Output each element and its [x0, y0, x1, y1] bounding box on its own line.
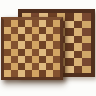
square[interactable]: [53, 70, 60, 77]
square[interactable]: [18, 56, 25, 63]
square[interactable]: [11, 20, 18, 27]
square[interactable]: [53, 49, 60, 56]
square[interactable]: [11, 70, 18, 77]
square[interactable]: [18, 49, 25, 56]
square[interactable]: [74, 58, 83, 66]
square[interactable]: [82, 36, 91, 44]
square[interactable]: [65, 51, 74, 59]
square[interactable]: [82, 21, 91, 29]
square[interactable]: [32, 41, 39, 48]
square[interactable]: [25, 34, 32, 41]
square[interactable]: [4, 34, 11, 41]
square[interactable]: [25, 49, 32, 56]
square[interactable]: [53, 41, 60, 48]
square[interactable]: [4, 49, 11, 56]
square[interactable]: [53, 27, 60, 34]
square[interactable]: [39, 41, 46, 48]
square[interactable]: [18, 20, 25, 27]
square[interactable]: [25, 41, 32, 48]
square[interactable]: [4, 20, 11, 27]
square[interactable]: [4, 56, 11, 63]
square[interactable]: [46, 20, 53, 27]
square[interactable]: [39, 34, 46, 41]
square[interactable]: [46, 70, 53, 77]
square[interactable]: [74, 43, 83, 51]
square[interactable]: [25, 27, 32, 34]
square[interactable]: [74, 36, 83, 44]
square[interactable]: [18, 34, 25, 41]
square[interactable]: [25, 63, 32, 70]
square[interactable]: [11, 27, 18, 34]
square[interactable]: [25, 70, 32, 77]
square[interactable]: [82, 13, 91, 21]
square[interactable]: [53, 56, 60, 63]
square[interactable]: [18, 27, 25, 34]
square[interactable]: [65, 13, 74, 21]
square[interactable]: [25, 56, 32, 63]
square[interactable]: [11, 49, 18, 56]
square[interactable]: [39, 56, 46, 63]
square[interactable]: [82, 51, 91, 59]
square[interactable]: [32, 56, 39, 63]
square[interactable]: [11, 41, 18, 48]
square[interactable]: [11, 63, 18, 70]
square[interactable]: [53, 63, 60, 70]
square[interactable]: [74, 13, 83, 21]
square[interactable]: [74, 21, 83, 29]
square[interactable]: [82, 66, 91, 74]
square[interactable]: [11, 56, 18, 63]
square[interactable]: [65, 36, 74, 44]
square[interactable]: [18, 70, 25, 77]
square[interactable]: [4, 63, 11, 70]
square[interactable]: [53, 20, 60, 27]
square[interactable]: [4, 27, 11, 34]
square[interactable]: [39, 20, 46, 27]
front-chessboard: [1, 17, 63, 80]
square[interactable]: [46, 34, 53, 41]
square[interactable]: [11, 34, 18, 41]
square[interactable]: [32, 49, 39, 56]
square[interactable]: [65, 43, 74, 51]
square[interactable]: [32, 70, 39, 77]
square[interactable]: [39, 63, 46, 70]
square[interactable]: [18, 63, 25, 70]
square[interactable]: [65, 66, 74, 74]
square[interactable]: [32, 34, 39, 41]
square[interactable]: [65, 28, 74, 36]
square[interactable]: [74, 66, 83, 74]
square[interactable]: [25, 20, 32, 27]
square[interactable]: [32, 20, 39, 27]
square[interactable]: [46, 63, 53, 70]
square[interactable]: [53, 34, 60, 41]
square[interactable]: [74, 28, 83, 36]
square[interactable]: [39, 70, 46, 77]
square[interactable]: [32, 27, 39, 34]
square[interactable]: [82, 28, 91, 36]
square[interactable]: [4, 41, 11, 48]
square[interactable]: [82, 43, 91, 51]
square[interactable]: [74, 51, 83, 59]
square[interactable]: [32, 63, 39, 70]
square[interactable]: [46, 41, 53, 48]
square[interactable]: [82, 58, 91, 66]
square[interactable]: [46, 27, 53, 34]
square[interactable]: [39, 27, 46, 34]
square[interactable]: [46, 56, 53, 63]
square[interactable]: [39, 49, 46, 56]
square[interactable]: [4, 70, 11, 77]
square[interactable]: [65, 58, 74, 66]
product-photo-two-chessboards: [0, 0, 96, 96]
square[interactable]: [65, 21, 74, 29]
square[interactable]: [46, 49, 53, 56]
square[interactable]: [18, 41, 25, 48]
